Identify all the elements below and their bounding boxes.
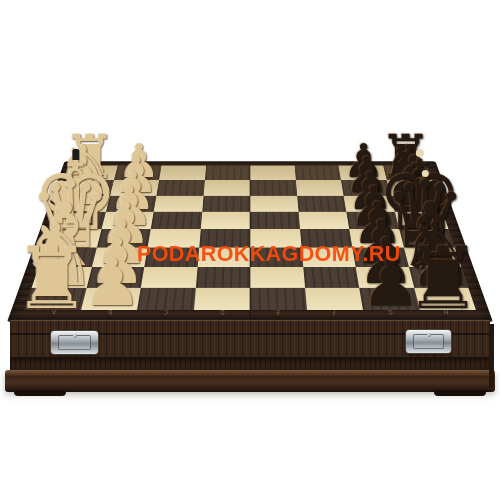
piece-white-rook: ♜ xyxy=(14,235,91,321)
king-finial xyxy=(72,149,79,161)
royal-finial xyxy=(421,170,428,177)
piece-white-pawn: ♟ xyxy=(83,250,142,316)
chess-set-photo: ABCDEFGH1122334455667788 ♜♟♟♜♞♟♟♞♝♟♟♝♚♟♟… xyxy=(0,0,500,500)
watermark: PODAROKKAGDOMY.RU xyxy=(137,242,401,267)
royal-finial xyxy=(416,149,424,157)
